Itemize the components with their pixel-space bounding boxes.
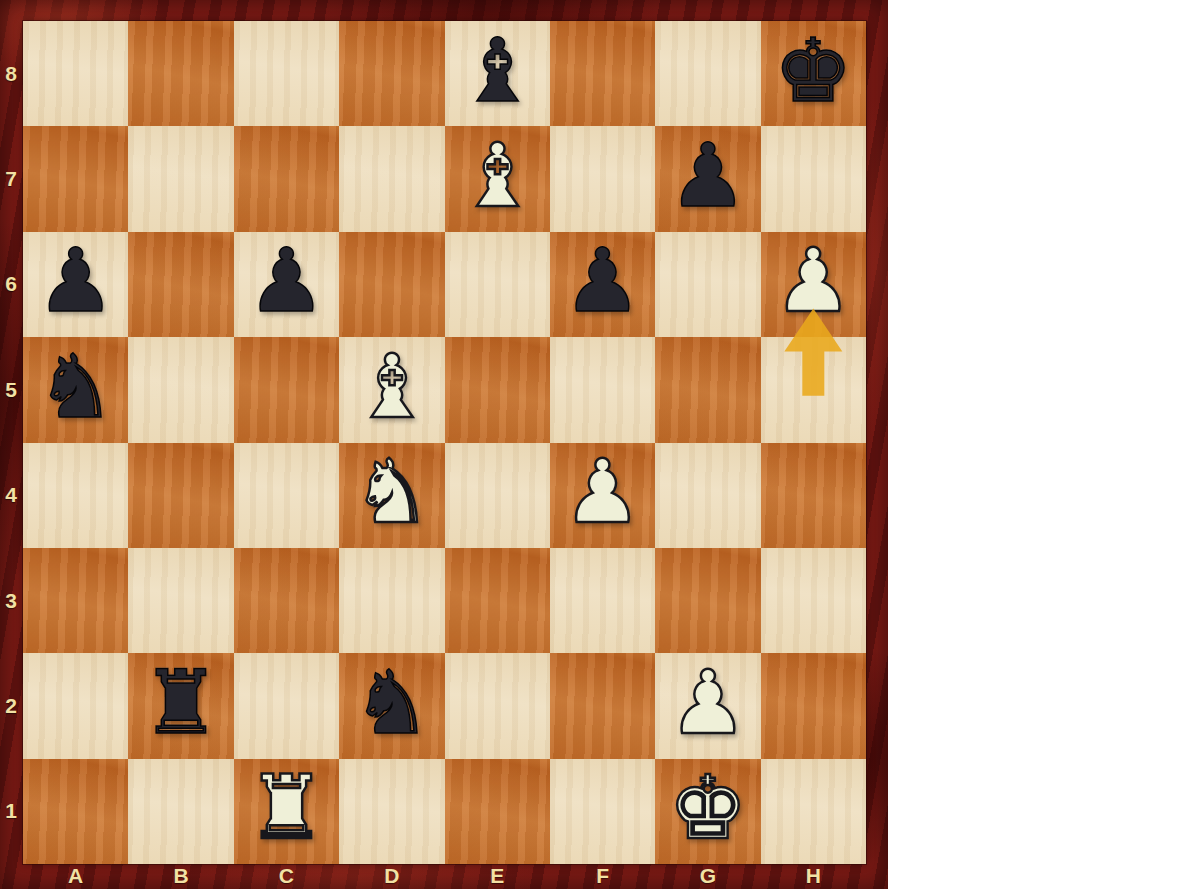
white-bishop[interactable]: ♝ — [352, 343, 431, 431]
square-c7[interactable] — [234, 126, 339, 231]
square-b8[interactable] — [128, 21, 233, 126]
square-d1[interactable] — [339, 759, 444, 864]
square-f6[interactable]: ♟ — [550, 232, 655, 337]
file-label-d: D — [384, 864, 399, 888]
black-knight[interactable]: ♞ — [352, 659, 431, 747]
square-f4[interactable]: ♟ — [550, 443, 655, 548]
white-rook[interactable]: ♜ — [247, 764, 326, 852]
file-label-a: A — [68, 864, 83, 888]
black-pawn[interactable]: ♟ — [36, 237, 115, 325]
square-g8[interactable] — [655, 21, 760, 126]
black-bishop[interactable]: ♝ — [458, 27, 537, 115]
square-d2[interactable]: ♞ — [339, 653, 444, 758]
square-f2[interactable] — [550, 653, 655, 758]
square-f8[interactable] — [550, 21, 655, 126]
square-d6[interactable] — [339, 232, 444, 337]
square-c3[interactable] — [234, 548, 339, 653]
square-g3[interactable] — [655, 548, 760, 653]
black-pawn[interactable]: ♟ — [668, 132, 747, 220]
white-king[interactable]: ♚ — [668, 764, 747, 852]
square-d3[interactable] — [339, 548, 444, 653]
black-king[interactable]: ♚ — [774, 27, 853, 115]
square-a4[interactable] — [23, 443, 128, 548]
square-h1[interactable] — [761, 759, 866, 864]
file-label-b: B — [173, 864, 188, 888]
square-a6[interactable]: ♟ — [23, 232, 128, 337]
square-h5[interactable] — [761, 337, 866, 442]
square-g6[interactable] — [655, 232, 760, 337]
chess-board: ♝♚♝♟♟♟♟♟♞♝♞♟♜♞♟♜♚ 87654321 ABCDEFGH — [0, 0, 888, 889]
square-c4[interactable] — [234, 443, 339, 548]
square-c6[interactable]: ♟ — [234, 232, 339, 337]
square-h4[interactable] — [761, 443, 866, 548]
square-h7[interactable] — [761, 126, 866, 231]
square-h2[interactable] — [761, 653, 866, 758]
file-label-g: G — [700, 864, 716, 888]
rank-label-7: 7 — [5, 167, 17, 191]
square-h3[interactable] — [761, 548, 866, 653]
file-label-e: E — [490, 864, 504, 888]
rank-label-3: 3 — [5, 589, 17, 613]
white-pawn[interactable]: ♟ — [668, 659, 747, 747]
square-b1[interactable] — [128, 759, 233, 864]
square-g7[interactable]: ♟ — [655, 126, 760, 231]
square-b3[interactable] — [128, 548, 233, 653]
square-a3[interactable] — [23, 548, 128, 653]
square-b2[interactable]: ♜ — [128, 653, 233, 758]
white-pawn[interactable]: ♟ — [563, 448, 642, 536]
white-knight[interactable]: ♞ — [352, 448, 431, 536]
square-g5[interactable] — [655, 337, 760, 442]
square-d4[interactable]: ♞ — [339, 443, 444, 548]
rank-label-4: 4 — [5, 483, 17, 507]
rank-label-2: 2 — [5, 694, 17, 718]
square-c1[interactable]: ♜ — [234, 759, 339, 864]
square-e5[interactable] — [445, 337, 550, 442]
square-h6[interactable]: ♟ — [761, 232, 866, 337]
square-a8[interactable] — [23, 21, 128, 126]
square-e8[interactable]: ♝ — [445, 21, 550, 126]
square-e2[interactable] — [445, 653, 550, 758]
square-c2[interactable] — [234, 653, 339, 758]
square-e1[interactable] — [445, 759, 550, 864]
square-b5[interactable] — [128, 337, 233, 442]
square-f5[interactable] — [550, 337, 655, 442]
square-b7[interactable] — [128, 126, 233, 231]
black-pawn[interactable]: ♟ — [563, 237, 642, 325]
square-e6[interactable] — [445, 232, 550, 337]
rank-label-1: 1 — [5, 799, 17, 823]
rank-label-8: 8 — [5, 62, 17, 86]
square-b6[interactable] — [128, 232, 233, 337]
square-d5[interactable]: ♝ — [339, 337, 444, 442]
square-f1[interactable] — [550, 759, 655, 864]
square-b4[interactable] — [128, 443, 233, 548]
square-e3[interactable] — [445, 548, 550, 653]
square-c8[interactable] — [234, 21, 339, 126]
square-e7[interactable]: ♝ — [445, 126, 550, 231]
rank-label-5: 5 — [5, 378, 17, 402]
white-pawn[interactable]: ♟ — [774, 237, 853, 325]
square-d8[interactable] — [339, 21, 444, 126]
square-e4[interactable] — [445, 443, 550, 548]
file-label-c: C — [279, 864, 294, 888]
square-g1[interactable]: ♚ — [655, 759, 760, 864]
square-g4[interactable] — [655, 443, 760, 548]
white-bishop[interactable]: ♝ — [458, 132, 537, 220]
square-a1[interactable] — [23, 759, 128, 864]
black-knight[interactable]: ♞ — [36, 343, 115, 431]
square-a2[interactable] — [23, 653, 128, 758]
square-f3[interactable] — [550, 548, 655, 653]
square-a7[interactable] — [23, 126, 128, 231]
square-c5[interactable] — [234, 337, 339, 442]
square-a5[interactable]: ♞ — [23, 337, 128, 442]
square-d7[interactable] — [339, 126, 444, 231]
rank-label-6: 6 — [5, 272, 17, 296]
square-f7[interactable] — [550, 126, 655, 231]
file-label-h: H — [806, 864, 821, 888]
board-grid: ♝♚♝♟♟♟♟♟♞♝♞♟♜♞♟♜♚ — [23, 21, 866, 864]
square-g2[interactable]: ♟ — [655, 653, 760, 758]
black-pawn[interactable]: ♟ — [247, 237, 326, 325]
file-label-f: F — [596, 864, 609, 888]
square-h8[interactable]: ♚ — [761, 21, 866, 126]
black-rook[interactable]: ♜ — [142, 659, 221, 747]
